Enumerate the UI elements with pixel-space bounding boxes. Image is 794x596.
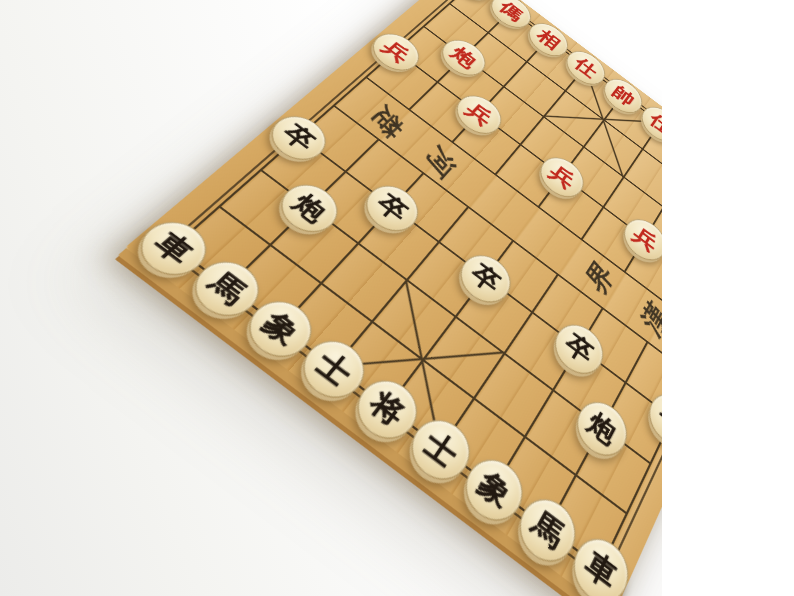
piece-character: 卒 bbox=[279, 121, 320, 154]
photo-crop-white bbox=[662, 0, 794, 596]
piece-character: 卒 bbox=[373, 190, 412, 224]
piece-character: 兵 bbox=[631, 223, 661, 254]
photo-canvas: 楚河界漢俥傌相仕帥仕相傌俥炮炮兵兵兵兵兵卒卒卒卒卒炮炮車馬象士将士象馬車 bbox=[0, 0, 794, 596]
piece-character: 馬 bbox=[204, 267, 252, 308]
piece-character: 炮 bbox=[289, 190, 331, 226]
piece-character: 兵 bbox=[379, 38, 413, 66]
piece-character: 卒 bbox=[562, 330, 597, 367]
piece-character: 車 bbox=[150, 227, 200, 267]
piece-character: 帥 bbox=[610, 83, 637, 109]
piece-character: 相 bbox=[535, 27, 564, 52]
piece-character: 士 bbox=[420, 426, 463, 471]
piece-character: 兵 bbox=[547, 161, 578, 191]
piece-character: 炮 bbox=[584, 407, 620, 448]
piece-character: 象 bbox=[474, 466, 516, 512]
piece-character: 卒 bbox=[468, 260, 505, 296]
piece-character: 将 bbox=[366, 386, 411, 430]
piece-character: 傌 bbox=[497, 0, 526, 23]
piece-character: 士 bbox=[312, 347, 358, 390]
piece-character: 炮 bbox=[448, 44, 480, 71]
piece-character: 馬 bbox=[528, 506, 569, 553]
piece-character: 仕 bbox=[572, 55, 600, 80]
piece-character: 兵 bbox=[463, 100, 496, 129]
piece-character: 車 bbox=[582, 545, 622, 593]
piece-character: 象 bbox=[258, 307, 305, 349]
